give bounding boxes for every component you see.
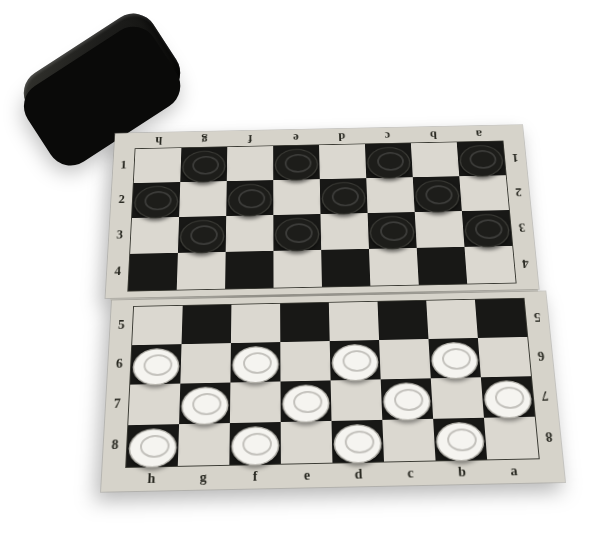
- piece-glyph: ●: [319, 174, 369, 216]
- file-label-f-top: f: [227, 132, 273, 144]
- square-e3[interactable]: ●: [273, 214, 321, 251]
- piece-glyph: ●: [125, 419, 180, 469]
- rank-label-1-left: 1: [112, 148, 134, 182]
- square-a5[interactable]: [475, 299, 527, 338]
- rank-label-6-right: 6: [528, 336, 554, 376]
- piece-glyph: ●: [279, 375, 332, 424]
- white-piece-f8[interactable]: ●: [229, 422, 281, 465]
- file-label-b-top: b: [410, 129, 456, 141]
- white-piece-c7[interactable]: ●: [381, 378, 433, 420]
- square-d2[interactable]: ●: [320, 178, 368, 214]
- rank-label-5-left: 5: [109, 306, 133, 345]
- rank-label-3-right: 3: [510, 209, 534, 245]
- rank-label-3-left: 3: [108, 217, 131, 253]
- square-e5[interactable]: [280, 303, 330, 342]
- piece-glyph: ●: [229, 337, 281, 385]
- rank-label-6-left: 6: [107, 344, 131, 384]
- piece-glyph: ●: [456, 137, 507, 178]
- white-piece-d8[interactable]: ●: [332, 420, 385, 463]
- squares-grid: ●●●●●●●●●●●●: [127, 141, 516, 292]
- file-label-d-top: d: [319, 131, 365, 143]
- rank-label-1-right: 1: [503, 140, 527, 174]
- rank-label-7-right: 7: [532, 375, 558, 416]
- file-label-h-bottom: h: [125, 472, 177, 487]
- rank-label-8-left: 8: [102, 424, 127, 466]
- white-piece-h6[interactable]: ●: [130, 344, 181, 384]
- file-label-e-bottom: e: [281, 468, 333, 483]
- rank-label-5-right: 5: [525, 297, 550, 336]
- square-h8[interactable]: ●: [126, 424, 179, 467]
- piece-glyph: ●: [179, 143, 228, 184]
- square-d8[interactable]: ●: [332, 420, 385, 463]
- square-a1[interactable]: ●: [457, 141, 506, 176]
- square-f2[interactable]: ●: [226, 180, 273, 216]
- black-piece-d2[interactable]: ●: [320, 178, 368, 214]
- square-g3[interactable]: ●: [178, 216, 226, 253]
- black-piece-g1[interactable]: ●: [180, 147, 227, 182]
- black-piece-c3[interactable]: ●: [368, 212, 417, 249]
- white-piece-e7[interactable]: ●: [280, 380, 331, 422]
- square-c1[interactable]: ●: [365, 143, 413, 178]
- board-rows: 1234●●●●●●●●●●●●1234: [106, 140, 538, 292]
- square-b2[interactable]: ●: [413, 176, 462, 212]
- black-piece-e1[interactable]: ●: [273, 145, 320, 180]
- board-rows: 5678●●●●●●●●●●●●5678: [102, 297, 562, 468]
- checkers-board: hgfedcba1234●●●●●●●●●●●●1234 5678●●●●●●●…: [96, 125, 560, 492]
- piece-glyph: ●: [272, 209, 322, 252]
- square-b4[interactable]: [417, 247, 467, 285]
- piece-glyph: ●: [379, 373, 434, 422]
- piece-glyph: ●: [228, 417, 282, 467]
- square-f8[interactable]: ●: [229, 422, 281, 465]
- square-e1[interactable]: ●: [273, 145, 320, 180]
- rank-label-2-left: 2: [110, 182, 133, 217]
- file-label-a-bottom: a: [488, 464, 541, 479]
- black-piece-f2[interactable]: ●: [226, 180, 273, 216]
- board-bottom-half: 5678●●●●●●●●●●●●5678hgfedcba: [101, 291, 565, 491]
- black-piece-a1[interactable]: ●: [457, 141, 506, 176]
- square-c5[interactable]: [378, 301, 429, 340]
- file-label-c-bottom: c: [384, 466, 436, 481]
- square-e7[interactable]: ●: [280, 380, 331, 422]
- square-h4[interactable]: [128, 253, 178, 291]
- black-piece-c1[interactable]: ●: [365, 143, 413, 178]
- square-h6[interactable]: ●: [130, 344, 181, 384]
- square-c3[interactable]: ●: [368, 212, 417, 249]
- square-a7[interactable]: ●: [481, 376, 535, 418]
- square-g1[interactable]: ●: [180, 147, 227, 182]
- piece-glyph: ●: [131, 178, 181, 220]
- piece-glyph: ●: [364, 139, 414, 180]
- square-d4[interactable]: [321, 249, 370, 287]
- white-piece-b8[interactable]: ●: [433, 418, 487, 461]
- piece-glyph: ●: [427, 333, 482, 381]
- square-f4[interactable]: [225, 251, 273, 289]
- piece-glyph: ●: [412, 172, 463, 214]
- file-label-g-bottom: g: [177, 471, 229, 486]
- board-top-half: hgfedcba1234●●●●●●●●●●●●1234: [106, 125, 539, 298]
- piece-glyph: ●: [461, 205, 514, 248]
- square-f6[interactable]: ●: [230, 342, 280, 382]
- piece-glyph: ●: [479, 371, 536, 420]
- white-piece-d6[interactable]: ●: [330, 340, 381, 380]
- file-label-f-bottom: f: [229, 470, 281, 485]
- white-piece-f6[interactable]: ●: [230, 342, 280, 382]
- piece-glyph: ●: [330, 415, 385, 465]
- file-label-h-top: h: [136, 134, 182, 146]
- white-piece-g7[interactable]: ●: [179, 383, 230, 425]
- white-piece-a7[interactable]: ●: [481, 376, 535, 418]
- rank-label-4-right: 4: [513, 245, 538, 282]
- square-a3[interactable]: ●: [462, 210, 512, 247]
- file-label-b-bottom: b: [436, 465, 489, 480]
- square-d6[interactable]: ●: [330, 340, 381, 380]
- photo-background: { "game": "checkers (draughts), 8x8 boar…: [0, 0, 600, 542]
- square-g7[interactable]: ●: [179, 383, 230, 425]
- piece-glyph: ●: [178, 377, 232, 426]
- square-g5[interactable]: [182, 305, 232, 344]
- black-piece-h2[interactable]: ●: [132, 182, 180, 218]
- rank-label-7-left: 7: [105, 384, 129, 425]
- file-label-d-bottom: d: [333, 467, 385, 482]
- rank-label-2-right: 2: [507, 174, 531, 209]
- black-piece-g3[interactable]: ●: [178, 216, 226, 253]
- piece-glyph: ●: [177, 211, 227, 254]
- piece-glyph: ●: [432, 412, 489, 462]
- piece-glyph: ●: [225, 176, 274, 218]
- white-piece-h8[interactable]: ●: [126, 424, 179, 467]
- black-piece-e3[interactable]: ●: [273, 214, 321, 251]
- square-c7[interactable]: ●: [381, 378, 433, 420]
- squares-grid: ●●●●●●●●●●●●: [125, 298, 540, 468]
- piece-glyph: ●: [366, 207, 417, 250]
- rank-label-4-left: 4: [106, 253, 129, 290]
- rank-label-8-right: 8: [536, 415, 563, 457]
- square-h2[interactable]: ●: [132, 182, 180, 218]
- square-b6[interactable]: ●: [428, 338, 480, 378]
- black-piece-b2[interactable]: ●: [413, 176, 462, 212]
- piece-glyph: ●: [329, 335, 382, 383]
- piece-glyph: ●: [272, 141, 321, 182]
- piece-glyph: ●: [129, 339, 183, 387]
- white-piece-b6[interactable]: ●: [428, 338, 480, 378]
- black-piece-a3[interactable]: ●: [462, 210, 512, 247]
- square-b8[interactable]: ●: [433, 418, 487, 461]
